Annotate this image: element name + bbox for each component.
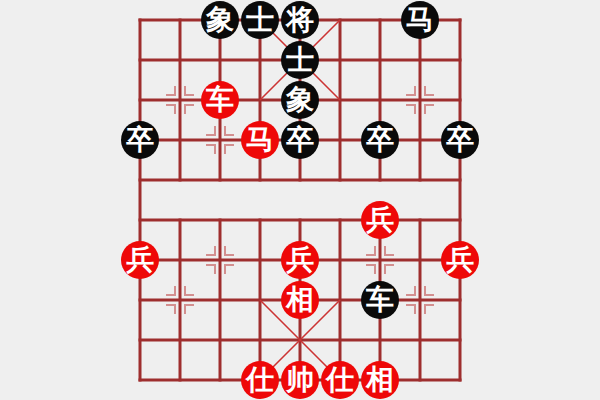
piece-black-soldier[interactable]: 卒 bbox=[121, 121, 159, 159]
piece-red-soldier[interactable]: 兵 bbox=[441, 241, 479, 279]
piece-red-soldier[interactable]: 兵 bbox=[121, 241, 159, 279]
piece-red-elephant[interactable]: 相 bbox=[361, 361, 399, 399]
app-background: 象士将马士车象卒马卒卒卒兵兵兵兵相车仕帅仕相 bbox=[0, 0, 600, 400]
piece-black-soldier[interactable]: 卒 bbox=[441, 121, 479, 159]
piece-red-general[interactable]: 帅 bbox=[281, 361, 319, 399]
piece-red-horse[interactable]: 马 bbox=[241, 121, 279, 159]
piece-black-chariot[interactable]: 车 bbox=[361, 281, 399, 319]
piece-black-soldier[interactable]: 卒 bbox=[361, 121, 399, 159]
piece-black-general[interactable]: 将 bbox=[281, 1, 319, 39]
piece-red-soldier[interactable]: 兵 bbox=[361, 201, 399, 239]
piece-red-elephant[interactable]: 相 bbox=[281, 281, 319, 319]
xiangqi-board: 象士将马士车象卒马卒卒卒兵兵兵兵相车仕帅仕相 bbox=[120, 0, 480, 400]
piece-black-elephant[interactable]: 象 bbox=[281, 81, 319, 119]
piece-black-horse[interactable]: 马 bbox=[401, 1, 439, 39]
piece-red-advisor[interactable]: 仕 bbox=[321, 361, 359, 399]
piece-black-elephant[interactable]: 象 bbox=[201, 1, 239, 39]
piece-red-chariot[interactable]: 车 bbox=[201, 81, 239, 119]
piece-black-soldier[interactable]: 卒 bbox=[281, 121, 319, 159]
piece-red-soldier[interactable]: 兵 bbox=[281, 241, 319, 279]
pieces-layer: 象士将马士车象卒马卒卒卒兵兵兵兵相车仕帅仕相 bbox=[120, 0, 480, 400]
piece-black-advisor[interactable]: 士 bbox=[281, 41, 319, 79]
piece-black-advisor[interactable]: 士 bbox=[241, 1, 279, 39]
piece-red-advisor[interactable]: 仕 bbox=[241, 361, 279, 399]
